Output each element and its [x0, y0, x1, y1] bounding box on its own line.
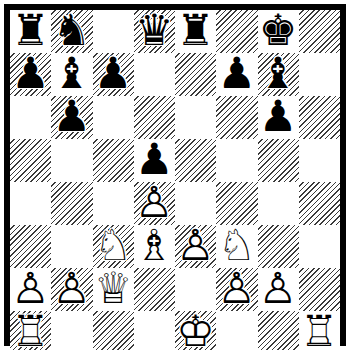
square-g5[interactable] [258, 139, 299, 182]
square-c1[interactable] [93, 311, 134, 350]
square-h7[interactable] [299, 53, 340, 96]
square-g8[interactable]: ♚ [258, 10, 299, 53]
square-d5[interactable]: ♟ [134, 139, 175, 182]
piece-outline: ♖ [11, 310, 50, 350]
square-e7[interactable] [175, 53, 216, 96]
square-d2[interactable] [134, 268, 175, 311]
square-g2[interactable]: ♟♙ [258, 268, 299, 311]
white-king[interactable]: ♚♔ [176, 310, 215, 350]
white-pawn[interactable]: ♟♙ [259, 267, 298, 310]
square-g7[interactable]: ♝ [258, 53, 299, 96]
square-e2[interactable] [175, 268, 216, 311]
piece-outline: ♗ [135, 224, 174, 267]
square-b8[interactable]: ♞ [51, 10, 92, 53]
square-d4[interactable]: ♟♙ [134, 182, 175, 225]
square-f5[interactable] [216, 139, 257, 182]
square-g4[interactable] [258, 182, 299, 225]
square-e3[interactable]: ♟♙ [175, 225, 216, 268]
white-rook[interactable]: ♜♖ [300, 310, 339, 350]
square-b7[interactable]: ♝ [51, 53, 92, 96]
square-d7[interactable] [134, 53, 175, 96]
square-c5[interactable] [93, 139, 134, 182]
square-c7[interactable]: ♟ [93, 53, 134, 96]
square-a1[interactable]: ♜♖ [10, 311, 51, 350]
square-f8[interactable] [216, 10, 257, 53]
piece-outline: ♘ [94, 224, 133, 267]
piece-outline: ♕ [94, 267, 133, 310]
square-e4[interactable] [175, 182, 216, 225]
square-b4[interactable] [51, 182, 92, 225]
white-rook[interactable]: ♜♖ [11, 310, 50, 350]
square-e5[interactable] [175, 139, 216, 182]
square-h8[interactable] [299, 10, 340, 53]
black-pawn[interactable]: ♟ [135, 138, 174, 181]
square-h3[interactable] [299, 225, 340, 268]
black-queen[interactable]: ♛ [135, 9, 174, 52]
square-a2[interactable]: ♟♙ [10, 268, 51, 311]
black-bishop[interactable]: ♝ [53, 52, 92, 95]
square-e1[interactable]: ♚♔ [175, 311, 216, 350]
square-b6[interactable]: ♟ [51, 96, 92, 139]
square-g3[interactable] [258, 225, 299, 268]
piece-outline: ♔ [176, 310, 215, 350]
square-c8[interactable] [93, 10, 134, 53]
square-e6[interactable] [175, 96, 216, 139]
square-b5[interactable] [51, 139, 92, 182]
white-pawn[interactable]: ♟♙ [176, 224, 215, 267]
square-b2[interactable]: ♟♙ [51, 268, 92, 311]
black-pawn[interactable]: ♟ [259, 95, 298, 138]
black-rook[interactable]: ♜ [176, 9, 215, 52]
square-a7[interactable]: ♟ [10, 53, 51, 96]
square-a5[interactable] [10, 139, 51, 182]
square-h5[interactable] [299, 139, 340, 182]
black-rook[interactable]: ♜ [11, 9, 50, 52]
white-pawn[interactable]: ♟♙ [135, 181, 174, 224]
square-c2[interactable]: ♛♕ [93, 268, 134, 311]
square-c3[interactable]: ♞♘ [93, 225, 134, 268]
square-a8[interactable]: ♜ [10, 10, 51, 53]
chess-board: ♜♞♛♜♚♟♝♟♟♝♟♟♟♟♙♞♘♝♗♟♙♞♘♟♙♟♙♛♕♟♙♟♙♜♖♚♔♜♖ [10, 10, 340, 340]
square-a6[interactable] [10, 96, 51, 139]
piece-outline: ♙ [135, 181, 174, 224]
white-knight[interactable]: ♞♘ [94, 224, 133, 267]
square-g1[interactable] [258, 311, 299, 350]
black-king[interactable]: ♚ [259, 9, 298, 52]
piece-outline: ♖ [300, 310, 339, 350]
square-f7[interactable]: ♟ [216, 53, 257, 96]
piece-outline: ♙ [176, 224, 215, 267]
square-c4[interactable] [93, 182, 134, 225]
white-queen[interactable]: ♛♕ [94, 267, 133, 310]
square-f4[interactable] [216, 182, 257, 225]
chess-diagram: ♜♞♛♜♚♟♝♟♟♝♟♟♟♟♙♞♘♝♗♟♙♞♘♟♙♟♙♛♕♟♙♟♙♜♖♚♔♜♖ [0, 0, 350, 350]
black-pawn[interactable]: ♟ [11, 52, 50, 95]
square-b1[interactable] [51, 311, 92, 350]
white-pawn[interactable]: ♟♙ [53, 267, 92, 310]
square-c6[interactable] [93, 96, 134, 139]
square-f3[interactable]: ♞♘ [216, 225, 257, 268]
square-g6[interactable]: ♟ [258, 96, 299, 139]
black-pawn[interactable]: ♟ [53, 95, 92, 138]
square-a3[interactable] [10, 225, 51, 268]
board-frame: ♜♞♛♜♚♟♝♟♟♝♟♟♟♟♙♞♘♝♗♟♙♞♘♟♙♟♙♛♕♟♙♟♙♜♖♚♔♜♖ [4, 4, 346, 346]
white-pawn[interactable]: ♟♙ [11, 267, 50, 310]
square-h6[interactable] [299, 96, 340, 139]
piece-outline: ♙ [259, 267, 298, 310]
square-d6[interactable] [134, 96, 175, 139]
piece-outline: ♙ [218, 267, 257, 310]
black-pawn[interactable]: ♟ [218, 52, 257, 95]
white-pawn[interactable]: ♟♙ [218, 267, 257, 310]
black-pawn[interactable]: ♟ [94, 52, 133, 95]
square-f6[interactable] [216, 96, 257, 139]
square-b3[interactable] [51, 225, 92, 268]
square-f1[interactable] [216, 311, 257, 350]
square-a4[interactable] [10, 182, 51, 225]
white-knight[interactable]: ♞♘ [218, 224, 257, 267]
black-knight[interactable]: ♞ [53, 9, 92, 52]
square-d3[interactable]: ♝♗ [134, 225, 175, 268]
square-d1[interactable] [134, 311, 175, 350]
piece-outline: ♙ [53, 267, 92, 310]
square-f2[interactable]: ♟♙ [216, 268, 257, 311]
square-h1[interactable]: ♜♖ [299, 311, 340, 350]
square-e8[interactable]: ♜ [175, 10, 216, 53]
piece-outline: ♘ [218, 224, 257, 267]
white-bishop[interactable]: ♝♗ [135, 224, 174, 267]
square-d8[interactable]: ♛ [134, 10, 175, 53]
square-h2[interactable] [299, 268, 340, 311]
piece-outline: ♙ [11, 267, 50, 310]
square-h4[interactable] [299, 182, 340, 225]
black-bishop[interactable]: ♝ [259, 52, 298, 95]
